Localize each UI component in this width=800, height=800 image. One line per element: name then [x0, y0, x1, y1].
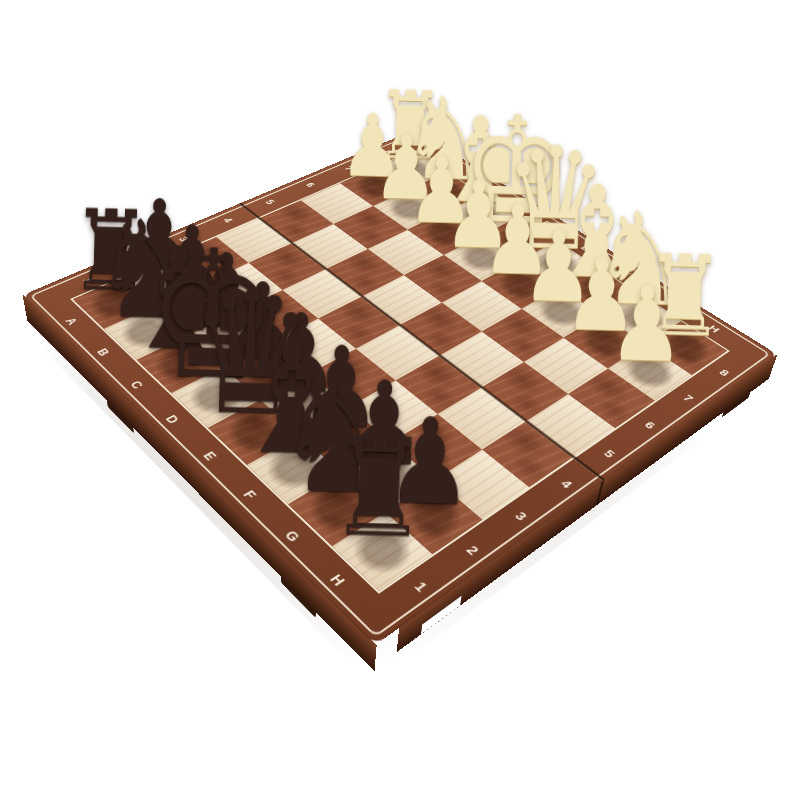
coordinate-label: H	[327, 571, 349, 588]
coordinate-label: 1	[411, 579, 431, 594]
coordinate-label: 5	[263, 198, 278, 205]
coordinate-label: 5	[601, 447, 618, 459]
chess-board: ABCDEFGH ABCDEFGH 87654321 87654321 ♜♞♝♚…	[22, 129, 778, 645]
coordinate-label: 6	[304, 181, 318, 188]
coordinate-label: 6	[642, 419, 658, 430]
coordinate-label: 3	[512, 509, 530, 523]
piece-glyph: ♟	[594, 275, 701, 375]
coordinate-label: 8	[717, 367, 732, 377]
coordinate-label: 4	[558, 477, 576, 490]
piece-glyph: ♜	[308, 424, 449, 556]
chess-set-photo: ABCDEFGH ABCDEFGH 87654321 87654321 ♜♞♝♚…	[132, 57, 668, 593]
coordinate-label: G	[282, 528, 304, 544]
board-field: ♜♞♝♚♛♝♞♜♟♟♟♟♟♟♟♟♟♟♟♟♟♟♟♟♜♞♝♚♛♝♞♜	[73, 151, 727, 591]
coordinate-label: 2	[463, 543, 482, 557]
coordinate-label: 7	[681, 393, 697, 404]
